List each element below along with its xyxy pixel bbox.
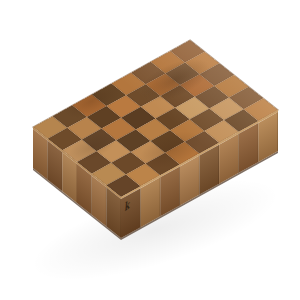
wood-strip xyxy=(219,134,239,184)
wood-strip xyxy=(180,156,200,206)
wood-strip xyxy=(92,176,107,227)
wood-strip xyxy=(141,177,161,227)
product-photo: k xyxy=(0,0,300,300)
wood-strip xyxy=(200,145,220,195)
wood-strip xyxy=(160,166,180,216)
wood-strip xyxy=(48,141,63,192)
wood-strip xyxy=(239,123,259,173)
wood-strip xyxy=(33,129,48,180)
wood-strip xyxy=(258,112,278,162)
brand-logo-mark: k xyxy=(124,199,130,213)
wood-strip xyxy=(62,152,77,203)
wood-strip xyxy=(106,187,121,238)
wood-strip xyxy=(77,164,92,215)
